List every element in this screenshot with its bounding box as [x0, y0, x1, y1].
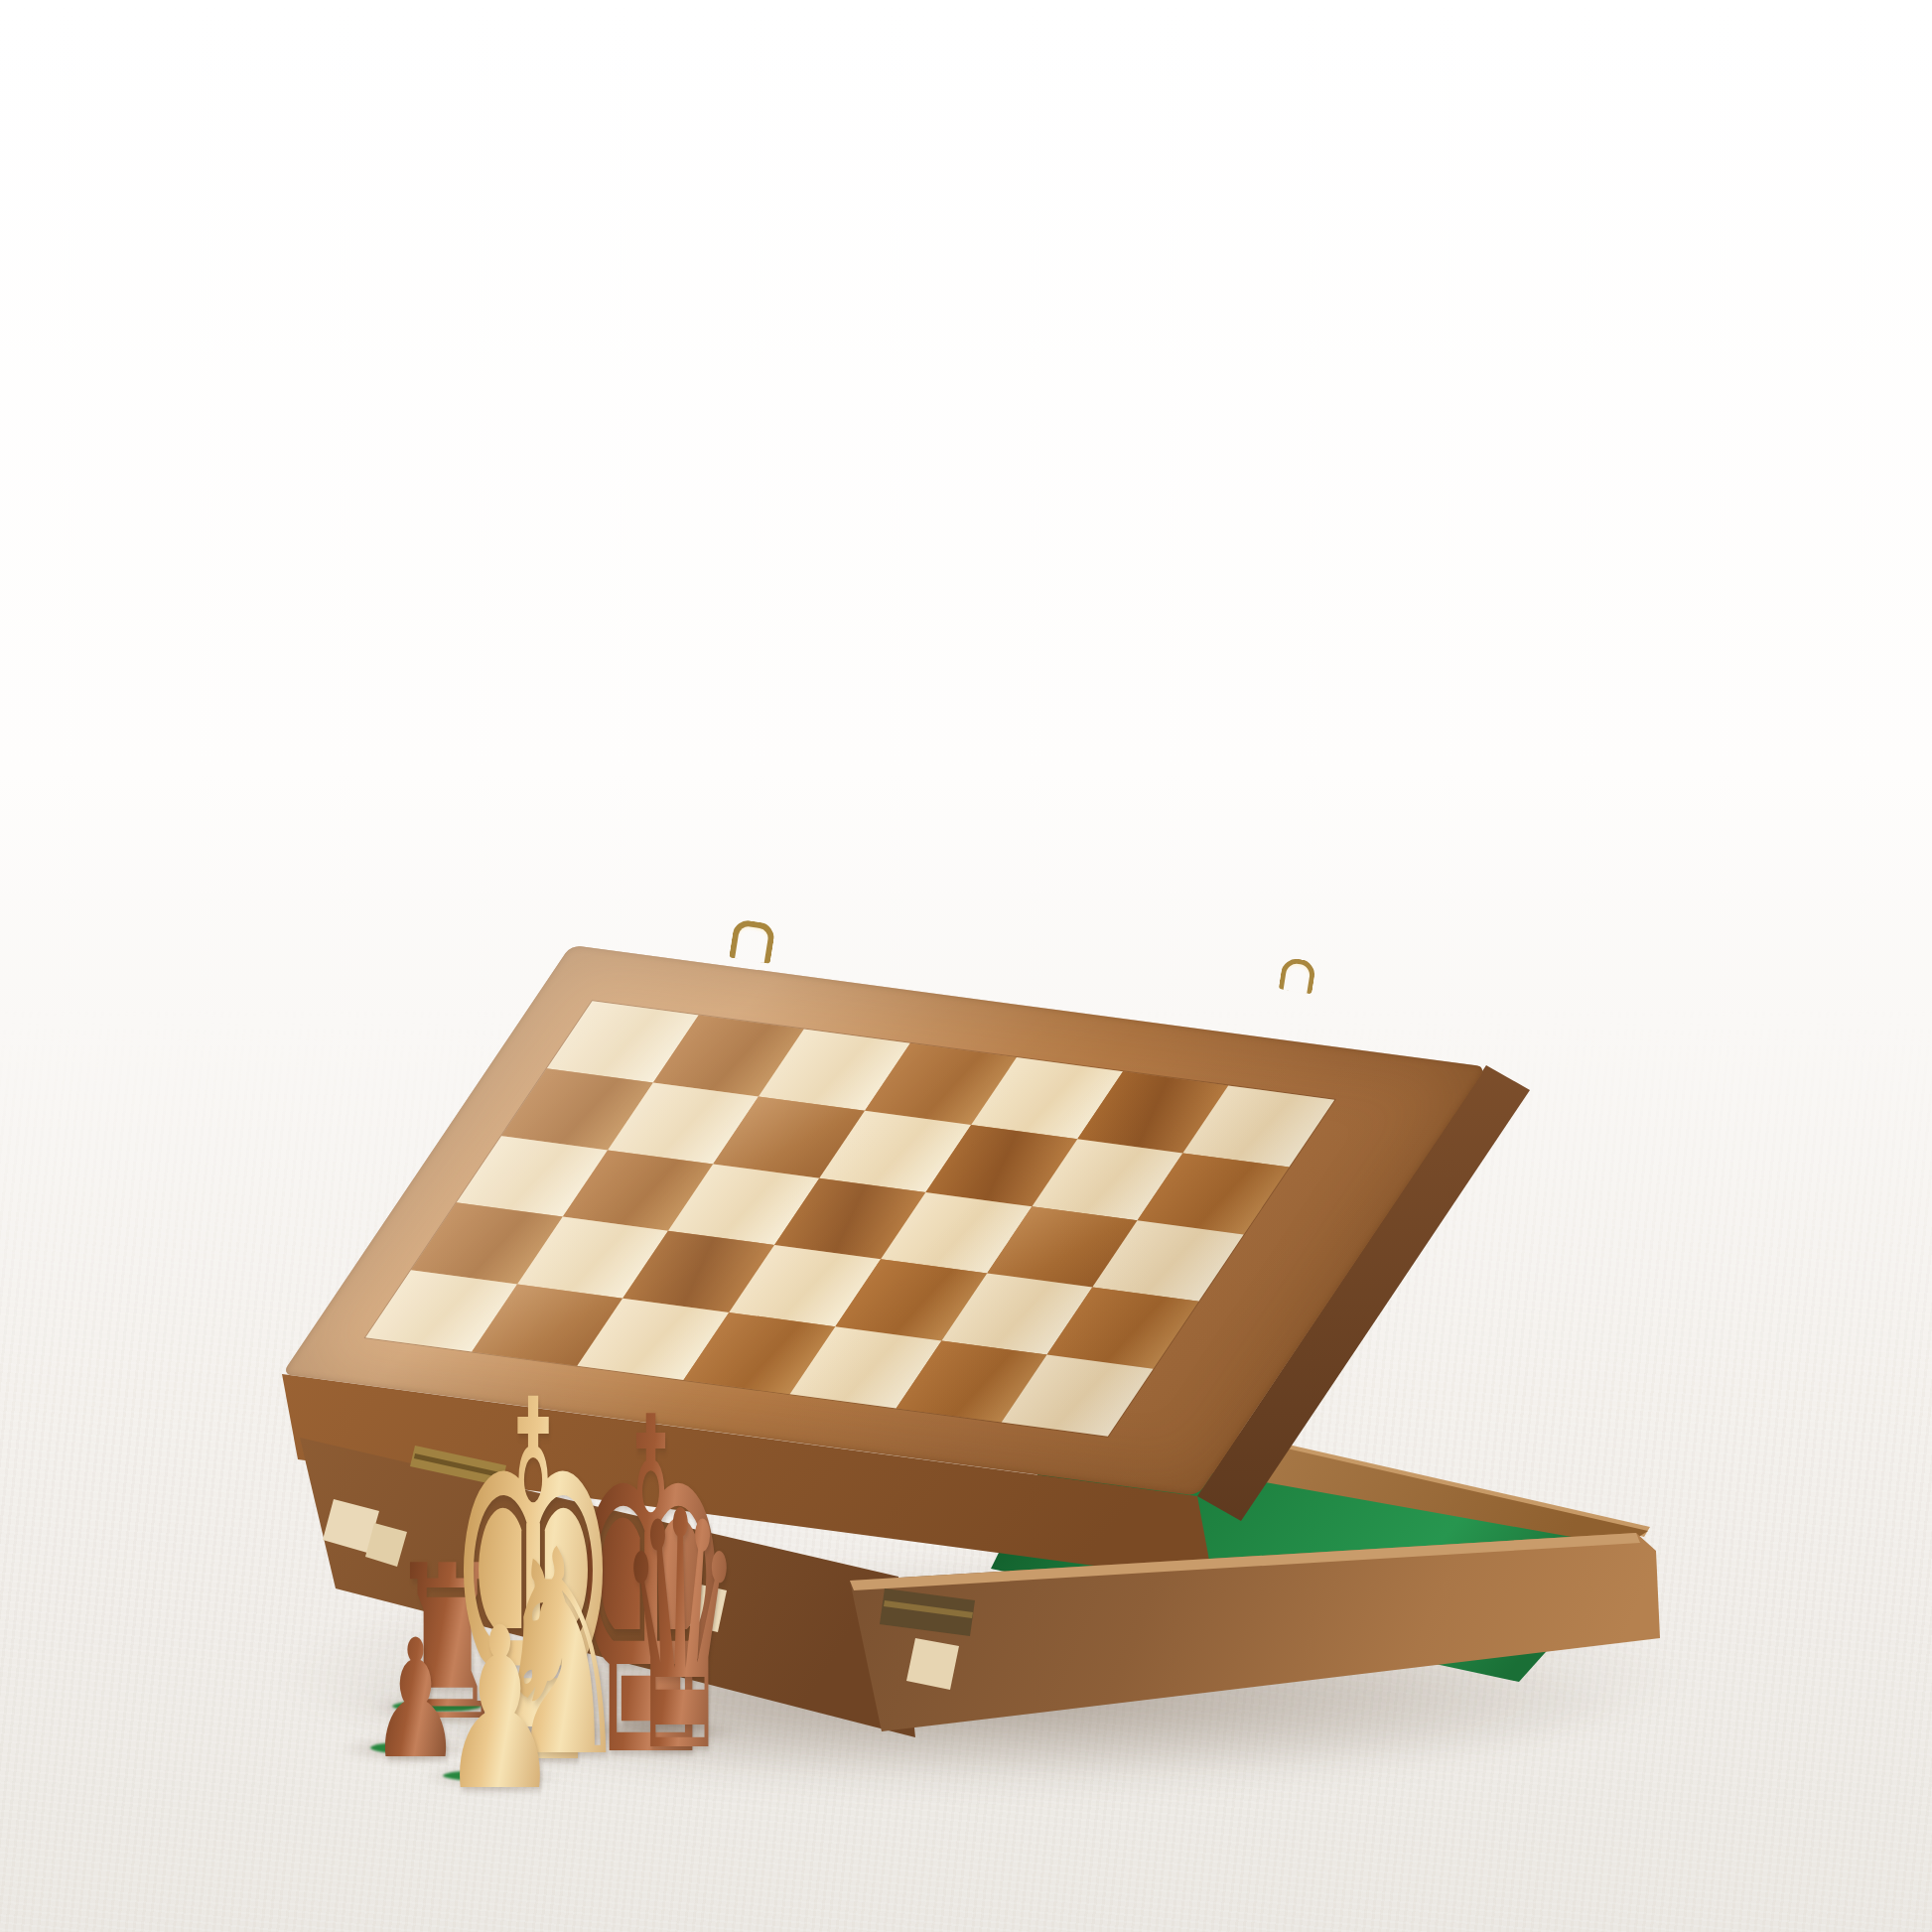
product-photo-stage: ♜♚♛♚♞♟♟ — [0, 0, 1932, 1932]
piece-light-pawn: ♟ — [433, 1598, 567, 1822]
pieces-layer: ♜♚♛♚♞♟♟ — [0, 0, 1932, 1932]
